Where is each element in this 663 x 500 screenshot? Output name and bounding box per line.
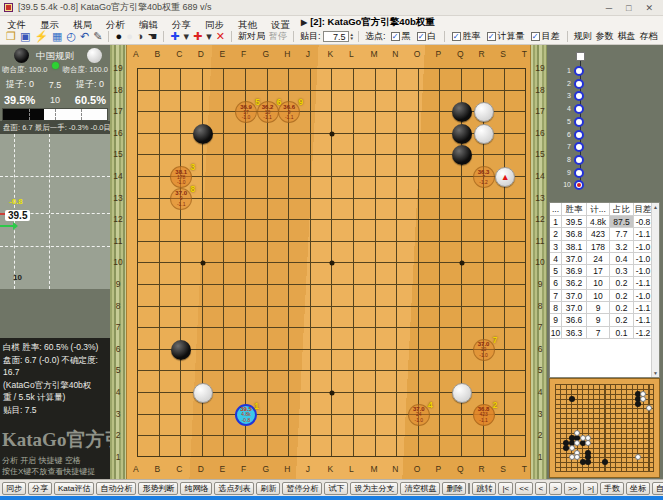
bottom-button-10[interactable]: 试下 [324, 482, 348, 495]
table-cell: 36.2 [562, 277, 587, 289]
table-cell: 37.0 [562, 302, 587, 314]
table-cell: 36.8 [562, 228, 587, 240]
toolbar-separator [108, 31, 109, 42]
coord-number-left: 2 [111, 430, 125, 440]
tree-node-number: 1 [555, 67, 571, 74]
candidate-score: -1.2 [479, 180, 488, 186]
table-cell: 36.3 [562, 327, 587, 339]
red-cross-dropdown-icon[interactable]: ▾ [204, 29, 214, 44]
table-cell: 3.2 [610, 241, 634, 253]
last-move-marker-icon: ▲ [501, 172, 510, 182]
bottom-right-button-3[interactable]: 自动播放 [652, 482, 663, 495]
coord-number-left: 11 [111, 236, 125, 246]
white-winrate: 60.5% [75, 94, 106, 106]
candidate-rank-badge: 3 [190, 162, 195, 172]
white-stone-icon[interactable]: ● [124, 29, 135, 44]
coord-letter-bottom: E [219, 464, 225, 474]
delete-cross-icon[interactable]: ✕ [214, 29, 227, 44]
hand-place-icon[interactable]: ☚ [145, 29, 159, 44]
table-cell: 178 [587, 241, 610, 253]
winrate-line [0, 225, 13, 227]
checkbox-计算量[interactable]: ✓计算量 [487, 30, 525, 43]
coord-letter-top: R [479, 49, 485, 59]
coord-number-left: 9 [111, 279, 125, 289]
coord-letter-bottom: C [176, 464, 182, 474]
jump-move-input[interactable] [468, 483, 470, 494]
thumb-white-stone [569, 445, 575, 451]
coord-number-right: 14 [533, 171, 547, 181]
thumbnail-grid [555, 384, 654, 472]
bottom-button-4[interactable]: 自动分析 [96, 482, 136, 495]
komi-input[interactable]: 7.5 [323, 31, 349, 42]
coord-number-right: 2 [533, 430, 547, 440]
tree-node-number: 10 [555, 181, 571, 188]
thumb-black-stone [602, 459, 608, 465]
coord-letter-top: E [219, 49, 225, 59]
nav-button-5[interactable]: >> [564, 482, 581, 495]
coord-letter-bottom: F [241, 464, 246, 474]
comment-line: (KataGo官方引擎40b权 [3, 379, 107, 392]
candidate-score: -0.8 [242, 418, 251, 424]
table-cell: 39.5 [562, 216, 587, 228]
table-cell: 0.4 [610, 253, 634, 265]
brand-text: KataGo官方引 [2, 427, 110, 453]
toolbar-separator [567, 31, 568, 42]
coord-number-right: 6 [533, 344, 547, 354]
captures-row: 提子: 0 7.5 提子: 0 [0, 77, 110, 92]
winrate-line-arrow-icon [13, 222, 18, 230]
coord-number-left: 12 [111, 214, 125, 224]
coord-number-right: 13 [533, 193, 547, 203]
white-captures: 提子: 0 [76, 78, 104, 91]
engine-power-icon[interactable]: ⚡ [32, 29, 50, 44]
coord-letter-bottom: A [133, 464, 139, 474]
coord-letter-bottom: H [284, 464, 290, 474]
comment-line: 白棋 胜率: 60.5% (-0.3%) [3, 341, 107, 354]
engine-status-dot [52, 62, 59, 69]
white-stone-R17 [474, 102, 494, 122]
black-winrate: 39.5% [4, 94, 35, 106]
star-point [200, 261, 205, 266]
thumb-black-stone [569, 396, 575, 402]
candidate-move-R6[interactable]: 37.010-1.07 [473, 339, 495, 361]
table-cell: 7 [550, 290, 562, 302]
tree-root-node[interactable] [576, 52, 585, 61]
blue-cross-icon[interactable]: ✚ [168, 29, 181, 44]
table-header-row: ...胜率计...占比目差 [550, 203, 659, 216]
toolbar-separator [293, 31, 294, 42]
coord-number-right: 4 [533, 387, 547, 397]
nav-button-2[interactable]: << [515, 482, 532, 495]
coord-letter-bottom: S [500, 464, 506, 474]
coord-number-left: 17 [111, 106, 125, 116]
coord-letter-bottom: P [435, 464, 441, 474]
candidate-rank-badge: 9 [298, 97, 303, 107]
tree-node-4[interactable] [574, 104, 584, 114]
table-cell: 1 [550, 216, 562, 228]
hint-line-2: 按住X键不放查看快捷键提 [2, 466, 95, 477]
table-cell: 0.2 [610, 314, 634, 326]
table-header-0: ... [550, 203, 562, 216]
table-cell: 10 [587, 290, 610, 302]
coord-letter-top: F [241, 49, 246, 59]
window-title: [39.5 5.4k -0.8] KataGo官方引擎40b权重 689 v/s [18, 1, 212, 14]
table-cell: 9 [550, 314, 562, 326]
checkbox-label: 目差 [542, 30, 560, 43]
tree-node-number: 5 [555, 118, 571, 125]
candidate-score: -1.0 [414, 418, 423, 424]
new-game-button[interactable]: 新对局 [238, 30, 265, 43]
coord-letter-top: G [263, 49, 270, 59]
scroll-up-icon[interactable]: ▲ [652, 204, 659, 210]
coord-number-right: 9 [533, 279, 547, 289]
comment-line: 盘面: 6.7 (-0.0) 不确定度: [3, 354, 107, 367]
coord-letter-top: B [155, 49, 161, 59]
table-cell: 17 [587, 265, 610, 277]
thumb-white-stone [574, 440, 580, 446]
tree-node-1[interactable] [574, 66, 584, 76]
candidate-score: -1.0 [177, 180, 186, 186]
comment-line: 16.7 [3, 366, 107, 379]
table-cell: 7.7 [610, 228, 634, 240]
toolbar-menu-3[interactable]: 棋盘 [618, 30, 636, 43]
star-point [460, 261, 465, 266]
candidate-move-R14[interactable]: 36.37-1.2 [473, 166, 495, 188]
jump-button[interactable]: 跳转 [472, 482, 496, 495]
engine-indicator: ▶[2]: KataGo官方引擎40b权重 [301, 16, 435, 29]
candidate-rank-badge: 7 [493, 335, 498, 345]
thumb-white-stone [640, 396, 646, 402]
white-player-icon [87, 48, 102, 63]
bottom-right-button-2[interactable]: 坐标 [626, 482, 650, 495]
table-header-1: 胜率 [562, 203, 587, 216]
candidate-move-R3[interactable]: 36.8423-1.12 [473, 404, 495, 426]
coord-number-left: 7 [111, 322, 125, 332]
nav-button-4[interactable]: > [549, 482, 562, 495]
black-match-rate: 吻合度: 100.0 [2, 65, 47, 77]
table-header-2: 计... [587, 203, 610, 216]
right-panel: 12345678910 ...胜率计...占比目差139.54.8k87.5-0… [547, 45, 663, 479]
table-scrollbar[interactable]: ▲ ▼ [651, 203, 659, 377]
history-clock-icon[interactable]: ◴ [64, 29, 78, 44]
score-chart-icon[interactable]: ▦ [50, 29, 64, 44]
bottom-button-7[interactable]: 选点列表 [214, 482, 254, 495]
maximize-button[interactable]: □ [626, 1, 631, 15]
coord-number-left: 16 [111, 128, 125, 138]
black-stone-Q16 [452, 124, 472, 144]
toolbar-menu-4[interactable]: 存档 [640, 30, 658, 43]
tree-node-6[interactable] [574, 130, 584, 140]
coord-letter-bottom: O [414, 464, 421, 474]
bottom-toolbar: 同步分享Kata评估自动分析形势判断纯网络选点列表刷新暂停分析试下设为主分支清空… [0, 479, 663, 496]
toolbar-separator [163, 31, 164, 42]
menu-item-6[interactable]: 分享 [165, 19, 198, 30]
black-stone-Q15 [452, 145, 472, 165]
bottom-button-5[interactable]: 形势判断 [138, 482, 178, 495]
minimize-button[interactable]: ─ [606, 1, 612, 15]
match-rate-row: 吻合度: 100.0 吻合度: 100.0 [0, 65, 110, 77]
bottom-button-11[interactable]: 设为主分支 [350, 482, 398, 495]
table-cell: 24 [587, 253, 610, 265]
tree-node-8[interactable] [574, 155, 584, 165]
tree-node-9[interactable] [574, 168, 584, 178]
red-cross-icon[interactable]: ✚ [191, 29, 204, 44]
katago-analysis-window: [39.5 5.4k -0.8] KataGo官方引擎40b权重 689 v/s… [0, 0, 663, 500]
bottom-button-9[interactable]: 暂停分析 [282, 482, 322, 495]
menu-item-7[interactable]: 同步 [198, 19, 231, 30]
table-row-2[interactable]: 236.84237.7-1.1 [550, 228, 659, 240]
checkbox-checked-icon: ✓ [391, 32, 400, 41]
tree-node-3[interactable] [574, 91, 584, 101]
goban[interactable]: 39.54.8k-0.8136.8423-1.1238.1178-1.0337.… [126, 45, 531, 479]
coord-letter-top: O [414, 49, 421, 59]
black-stone-D16 [193, 124, 213, 144]
table-cell: 37.0 [562, 253, 587, 265]
bottom-button-2[interactable]: 分享 [28, 482, 52, 495]
tree-node-2[interactable] [574, 79, 584, 89]
white-stone-S14: ▲ [495, 167, 515, 187]
coord-number-right: 11 [533, 236, 547, 246]
table-cell: 5 [550, 265, 562, 277]
table-row-6[interactable]: 636.2100.2-1.1 [550, 277, 659, 289]
candidate-move-O3[interactable]: 37.024-1.04 [408, 404, 430, 426]
black-stone-Q17 [452, 102, 472, 122]
coord-number-left: 1 [111, 452, 125, 462]
menu-item-9[interactable]: 设置 [264, 19, 297, 30]
coord-letter-top: H [284, 49, 290, 59]
coord-letter-bottom: J [306, 464, 310, 474]
black-stone-C6 [171, 340, 191, 360]
alt-stone-icon[interactable]: ◑ [135, 29, 146, 44]
table-cell: 4.8k [587, 216, 610, 228]
checkbox-checked-icon: ✓ [417, 32, 426, 41]
candidate-move-C13[interactable]: 37.09-1.18 [170, 188, 192, 210]
checkbox-胜率[interactable]: ✓胜率 [452, 30, 481, 43]
checkbox-目差[interactable]: ✓目差 [531, 30, 560, 43]
current-node-dot [577, 183, 581, 187]
coord-letter-bottom: T [522, 464, 527, 474]
coord-number-left: 13 [111, 193, 125, 203]
white-stone-R16 [474, 124, 494, 144]
thumb-white-stone [574, 454, 580, 460]
tree-node-number: 2 [555, 80, 571, 87]
coord-number-right: 19 [533, 63, 547, 73]
candidate-score: -1.0 [242, 115, 251, 121]
coord-number-left: 19 [111, 63, 125, 73]
coord-letter-top: S [500, 49, 506, 59]
winrate-graph-label: 39.5 [5, 210, 30, 221]
blue-cross-dropdown-icon[interactable]: ▾ [182, 29, 192, 44]
coord-letter-top: P [435, 49, 441, 59]
nav-button-6[interactable]: >| [583, 482, 598, 495]
toolbar-separator [358, 31, 359, 42]
nav-button-1[interactable]: |< [498, 482, 513, 495]
candidate-move-F17[interactable]: 36.917-1.05 [235, 101, 257, 123]
coord-letter-bottom: K [327, 464, 333, 474]
variation-thumbnail-board[interactable] [549, 378, 660, 478]
coord-number-left: 6 [111, 344, 125, 354]
tree-node-5[interactable] [574, 117, 584, 127]
last-move-info: 盘面: 6.7 最后一手: -0.3% -0.0目 [0, 121, 110, 134]
candidate-move-C14[interactable]: 38.1178-1.03 [170, 166, 192, 188]
toolbar-menu-1[interactable]: 规则 [574, 30, 592, 43]
main-toolbar: ❐▣⚡▦◴↶✎●●◑☚✚▾✚▾✕新对局暂停贴目:7.5▲▼选点:✓黑✓白✓胜率✓… [0, 29, 663, 45]
white-stone-D4 [193, 383, 213, 403]
tree-node-10[interactable] [574, 180, 584, 190]
nav-button-3[interactable]: < [535, 482, 548, 495]
coord-letter-bottom: L [349, 464, 354, 474]
pause-button[interactable]: 暂停 [269, 30, 287, 43]
komi-center: 7.5 [49, 80, 62, 90]
coord-letter-top: D [198, 49, 204, 59]
candidates-label: 选点: [365, 30, 386, 43]
menu-item-3[interactable]: 棋局 [66, 19, 99, 30]
menu-item-1[interactable]: 文件 [0, 19, 33, 30]
coord-number-left: 8 [111, 301, 125, 311]
checkbox-label: 计算量 [498, 30, 525, 43]
table-cell: 3 [550, 241, 562, 253]
table-row-3[interactable]: 338.11783.2-1.0 [550, 241, 659, 253]
menu-item-5[interactable]: 编辑 [132, 19, 165, 30]
table-cell: 423 [587, 228, 610, 240]
winrate-bar-black [3, 109, 44, 120]
thumb-white-stone [585, 440, 591, 446]
undo-arrow-icon[interactable]: ↶ [78, 29, 91, 44]
thumb-white-stone [574, 430, 580, 436]
toolbar-separator [444, 31, 445, 42]
candidate-score: -1.1 [479, 418, 488, 424]
candidate-move-G17[interactable]: 36.210-1.16 [257, 101, 279, 123]
coord-number-right: 15 [533, 149, 547, 159]
score-graph-label: -0.8 [9, 197, 23, 206]
menu-item-8[interactable]: 其他 [231, 19, 264, 30]
table-row-7[interactable]: 737.0100.2-1.0 [550, 290, 659, 302]
goban-grid[interactable]: 39.54.8k-0.8136.8423-1.1238.1178-1.0337.… [137, 68, 526, 457]
close-button[interactable]: ✕ [645, 1, 653, 15]
table-row-4[interactable]: 437.0240.4-1.0 [550, 253, 659, 265]
coord-number-right: 5 [533, 365, 547, 375]
scroll-down-icon[interactable]: ▼ [652, 370, 659, 376]
coord-letter-bottom: R [479, 464, 485, 474]
tree-node-7[interactable] [574, 142, 584, 152]
table-row-1[interactable]: 139.54.8k87.5-0.8 [550, 216, 659, 228]
toolbar-separator [231, 31, 232, 42]
table-cell: 9 [587, 302, 610, 314]
komi-stepper[interactable]: ▲▼ [350, 33, 354, 41]
open-file-icon[interactable]: ❐ [4, 29, 18, 44]
coord-letter-top: A [133, 49, 139, 59]
coord-letter-top: N [392, 49, 398, 59]
coord-number-right: 10 [533, 257, 547, 267]
black-stone-icon[interactable]: ● [113, 29, 124, 44]
bottom-right-button-1[interactable]: 手数 [600, 482, 624, 495]
table-cell: 2 [550, 228, 562, 240]
coord-number-right: 7 [533, 322, 547, 332]
table-row-10[interactable]: 1036.370.1-1.2 [550, 327, 659, 339]
bottom-button-3[interactable]: Kata评估 [54, 482, 94, 495]
table-cell: 9 [587, 314, 610, 326]
tree-node-number: 6 [555, 131, 571, 138]
checkbox-label: 黑 [402, 30, 411, 43]
coord-number-right: 12 [533, 214, 547, 224]
checkbox-白[interactable]: ✓白 [417, 30, 437, 43]
komi-label: 贴目: [300, 30, 321, 43]
coord-number-left: 5 [111, 365, 125, 375]
coord-letter-top: M [371, 49, 378, 59]
engine-running-icon: ▶ [301, 18, 307, 27]
tree-node-number: 3 [555, 92, 571, 99]
table-cell: 0.1 [610, 327, 634, 339]
table-row-8[interactable]: 837.090.2-1.1 [550, 302, 659, 314]
white-match-rate: 吻合度: 100.0 [63, 65, 108, 77]
table-row-9[interactable]: 936.690.2-1.1 [550, 314, 659, 326]
table-cell: 6 [550, 277, 562, 289]
save-icon[interactable]: ▣ [18, 29, 32, 44]
comment-panel: 白棋 胜率: 60.5% (-0.3%)盘面: 6.7 (-0.0) 不确定度:… [0, 338, 110, 479]
candidate-move-H17[interactable]: 36.69-1.19 [278, 101, 300, 123]
coord-number-right: 3 [533, 409, 547, 419]
table-cell: 10 [550, 327, 562, 339]
coord-letter-bottom: Q [457, 464, 464, 474]
comment-lines: 白棋 胜率: 60.5% (-0.3%)盘面: 6.7 (-0.0) 不确定度:… [3, 341, 107, 416]
bottom-button-6[interactable]: 纯网络 [180, 482, 212, 495]
status-strip [0, 496, 663, 500]
winrate-row: 39.5% 10 60.5% [0, 92, 110, 108]
checkbox-label: 白 [428, 30, 437, 43]
bottom-button-1[interactable]: 同步 [2, 482, 26, 495]
table-cell: 36.9 [562, 265, 587, 277]
coord-number-left: 14 [111, 171, 125, 181]
coord-number-left: 10 [111, 257, 125, 267]
bottom-button-13[interactable]: 删除 [442, 482, 466, 495]
table-row-5[interactable]: 536.9170.3-1.0 [550, 265, 659, 277]
bottom-button-12[interactable]: 清空棋盘 [400, 482, 440, 495]
coord-letter-bottom: M [371, 464, 378, 474]
menu-item-2[interactable]: 显示 [33, 19, 66, 30]
thumb-white-stone [646, 405, 652, 411]
thumb-white-stone [635, 454, 641, 460]
menu-bar: 文件显示棋局分析编辑分享同步其他设置 ▶[2]: KataGo官方引擎40b权重 [0, 16, 663, 29]
table-header-3: 占比 [610, 203, 634, 216]
table-cell: 38.1 [562, 241, 587, 253]
candidate-score: -1.1 [177, 202, 186, 208]
coord-letter-top: C [176, 49, 182, 59]
coord-letter-top: J [306, 49, 310, 59]
graph-move-label: 10 [13, 273, 22, 282]
candidate-table: ...胜率计...占比目差139.54.8k87.5-0.8236.84237.… [549, 202, 660, 378]
table-cell: 0.3 [610, 265, 634, 277]
table-cell: 36.6 [562, 314, 587, 326]
checkbox-黑[interactable]: ✓黑 [391, 30, 411, 43]
winrate-graph[interactable]: -0.8 39.5 10 [0, 134, 110, 289]
coord-letter-top: Q [457, 49, 464, 59]
move-tree[interactable]: 12345678910 [547, 45, 663, 201]
table-cell: 4 [550, 253, 562, 265]
candidate-move-F3[interactable]: 39.54.8k-0.81 [235, 404, 257, 426]
coord-number-right: 16 [533, 128, 547, 138]
coord-number-right: 1 [533, 452, 547, 462]
table-cell: 10 [587, 277, 610, 289]
menu-item-4[interactable]: 分析 [99, 19, 132, 30]
coord-letter-bottom: G [263, 464, 270, 474]
edit-pencil-icon[interactable]: ✎ [91, 29, 104, 44]
bottom-button-8[interactable]: 刷新 [256, 482, 280, 495]
board-panel: 39.54.8k-0.8136.8423-1.1238.1178-1.0337.… [110, 45, 547, 479]
candidate-rank-badge: 8 [190, 184, 195, 194]
candidate-table-body: ...胜率计...占比目差139.54.8k87.5-0.8236.84237.… [550, 203, 659, 339]
checkbox-checked-icon: ✓ [531, 32, 540, 41]
toolbar-menu-2[interactable]: 参数 [596, 30, 614, 43]
